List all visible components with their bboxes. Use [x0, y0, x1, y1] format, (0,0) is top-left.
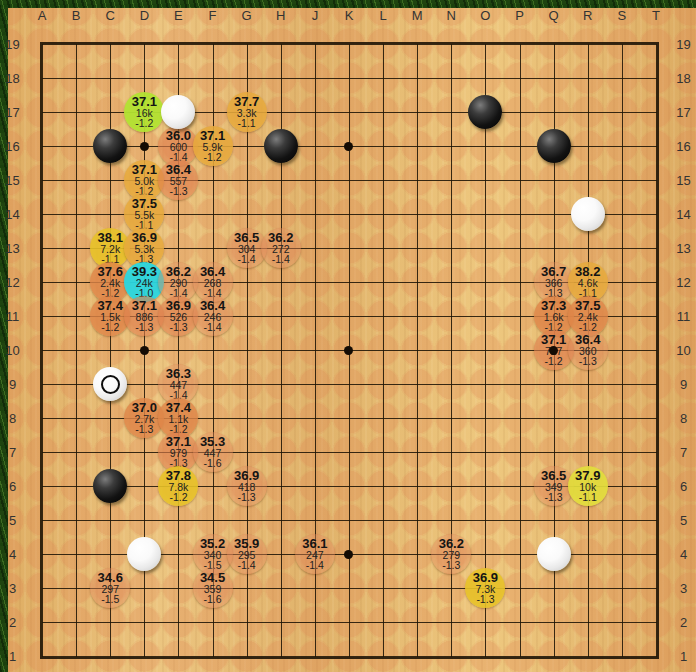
analysis-move-G4[interactable]: 35.9295-1.4: [227, 534, 267, 574]
row-label-left-17: 17: [1, 106, 24, 119]
analysis-winrate: 36.2: [166, 266, 191, 278]
row-label-right-10: 10: [672, 344, 695, 357]
column-label-F: F: [203, 9, 223, 22]
row-label-left-15: 15: [1, 174, 24, 187]
row-label-left-11: 11: [1, 310, 24, 323]
analysis-winrate: 37.1: [200, 130, 225, 142]
analysis-score: -1.3: [442, 560, 460, 571]
analysis-visits: 5.0k: [134, 176, 154, 186]
row-label-right-15: 15: [672, 174, 695, 187]
analysis-visits: 247: [306, 550, 324, 560]
analysis-score: -1.3: [169, 322, 187, 333]
analysis-score: -1.6: [204, 458, 222, 469]
analysis-visits: 5.3k: [134, 244, 154, 254]
column-label-P: P: [510, 9, 530, 22]
analysis-visits: 268: [204, 278, 222, 288]
analysis-score: -1.3: [169, 186, 187, 197]
analysis-winrate: 35.2: [200, 538, 225, 550]
analysis-visits: 1.1k: [169, 414, 189, 424]
stone-black-Q16: [537, 129, 571, 163]
analysis-winrate: 36.9: [166, 300, 191, 312]
analysis-visits: 418: [238, 482, 256, 492]
analysis-score: -1.2: [545, 356, 563, 367]
analysis-visits: 2.4k: [100, 278, 120, 288]
analysis-visits: 1.6k: [544, 312, 564, 322]
analysis-visits: 7.8k: [169, 482, 189, 492]
column-label-C: C: [100, 9, 120, 22]
go-board[interactable]: ABCDEFGHJKLMNOPQRST191918181717161615151…: [0, 0, 696, 672]
row-label-right-6: 6: [672, 480, 695, 493]
analysis-winrate: 35.3: [200, 436, 225, 448]
analysis-move-F11[interactable]: 36.4246-1.4: [193, 296, 233, 336]
analysis-winrate: 36.9: [234, 470, 259, 482]
analysis-move-F3[interactable]: 34.5359-1.6: [193, 568, 233, 608]
app-frame: ABCDEFGHJKLMNOPQRST191918181717161615151…: [0, 0, 696, 672]
analysis-visits: 272: [272, 244, 290, 254]
column-label-L: L: [373, 9, 393, 22]
analysis-visits: 366: [545, 278, 563, 288]
column-label-T: T: [646, 9, 666, 22]
row-label-right-5: 5: [672, 514, 695, 527]
hoshi-D10: [140, 346, 149, 355]
analysis-winrate: 34.5: [200, 572, 225, 584]
row-label-left-2: 2: [1, 616, 24, 629]
row-label-left-13: 13: [1, 242, 24, 255]
analysis-winrate: 37.5: [132, 198, 157, 210]
stone-black-C16: [93, 129, 127, 163]
analysis-visits: 2.4k: [578, 312, 598, 322]
analysis-score: -1.3: [545, 492, 563, 503]
analysis-move-R10[interactable]: 36.4360-1.3: [568, 330, 608, 370]
column-label-O: O: [475, 9, 495, 22]
analysis-winrate: 36.3: [166, 368, 191, 380]
analysis-winrate: 36.5: [541, 470, 566, 482]
analysis-visits: 7.2k: [100, 244, 120, 254]
analysis-score: -1.2: [169, 492, 187, 503]
row-label-left-9: 9: [1, 378, 24, 391]
row-label-left-18: 18: [1, 72, 24, 85]
analysis-winrate: 36.0: [166, 130, 191, 142]
analysis-visits: 5.5k: [134, 210, 154, 220]
analysis-visits: 359: [204, 584, 222, 594]
analysis-winrate: 36.7: [541, 266, 566, 278]
column-label-K: K: [339, 9, 359, 22]
analysis-score: -1.4: [204, 322, 222, 333]
analysis-winrate: 37.0: [132, 402, 157, 414]
analysis-winrate: 36.4: [166, 164, 191, 176]
last-move-marker: [101, 375, 120, 394]
analysis-visits: 297: [101, 584, 119, 594]
row-label-right-2: 2: [672, 616, 695, 629]
row-label-right-14: 14: [672, 208, 695, 221]
analysis-move-C3[interactable]: 34.6297-1.5: [90, 568, 130, 608]
analysis-move-G6[interactable]: 36.9418-1.3: [227, 466, 267, 506]
analysis-winrate: 35.9: [234, 538, 259, 550]
analysis-score: -1.2: [101, 322, 119, 333]
analysis-visits: 290: [170, 278, 188, 288]
stone-white-C9: [93, 367, 127, 401]
row-label-left-3: 3: [1, 582, 24, 595]
analysis-winrate: 37.7: [234, 96, 259, 108]
row-label-right-16: 16: [672, 140, 695, 153]
analysis-winrate: 36.4: [200, 300, 225, 312]
row-label-left-10: 10: [1, 344, 24, 357]
analysis-visits: 16k: [136, 108, 153, 118]
analysis-score: -1.6: [204, 594, 222, 605]
analysis-score: -1.4: [272, 254, 290, 265]
analysis-winrate: 37.1: [541, 334, 566, 346]
analysis-visits: 979: [170, 448, 188, 458]
analysis-visits: 7.3k: [475, 584, 495, 594]
row-label-left-19: 19: [1, 38, 24, 51]
analysis-move-F16[interactable]: 37.15.9k-1.2: [193, 126, 233, 166]
column-label-E: E: [168, 9, 188, 22]
analysis-move-F7[interactable]: 35.3447-1.6: [193, 432, 233, 472]
hoshi-K4: [344, 550, 353, 559]
analysis-score: -1.4: [238, 560, 256, 571]
analysis-visits: 5.9k: [203, 142, 223, 152]
analysis-winrate: 37.1: [132, 164, 157, 176]
row-label-right-4: 4: [672, 548, 695, 561]
analysis-winrate: 37.8: [166, 470, 191, 482]
analysis-winrate: 36.4: [575, 334, 600, 346]
column-label-N: N: [441, 9, 461, 22]
analysis-visits: 526: [170, 312, 188, 322]
analysis-move-J4[interactable]: 36.1247-1.4: [295, 534, 335, 574]
hoshi-Q10: [549, 346, 558, 355]
analysis-visits: 246: [204, 312, 222, 322]
row-label-right-1: 1: [672, 650, 695, 663]
analysis-visits: 886: [136, 312, 154, 322]
analysis-move-G17[interactable]: 37.73.3k-1.1: [227, 92, 267, 132]
row-label-left-14: 14: [1, 208, 24, 221]
row-label-left-16: 16: [1, 140, 24, 153]
column-label-M: M: [407, 9, 427, 22]
analysis-winrate: 36.4: [200, 266, 225, 278]
column-label-S: S: [612, 9, 632, 22]
row-label-left-8: 8: [1, 412, 24, 425]
row-label-right-19: 19: [672, 38, 695, 51]
analysis-visits: 24k: [136, 278, 153, 288]
analysis-winrate: 37.9: [575, 470, 600, 482]
analysis-visits: 447: [170, 380, 188, 390]
analysis-visits: 295: [238, 550, 256, 560]
hoshi-D16: [140, 142, 149, 151]
row-label-right-3: 3: [672, 582, 695, 595]
analysis-winrate: 37.5: [575, 300, 600, 312]
row-label-right-8: 8: [672, 412, 695, 425]
analysis-visits: 349: [545, 482, 563, 492]
row-label-left-12: 12: [1, 276, 24, 289]
column-label-Q: Q: [544, 9, 564, 22]
analysis-score: -1.1: [238, 118, 256, 129]
analysis-winrate: 36.2: [439, 538, 464, 550]
stone-black-H16: [264, 129, 298, 163]
analysis-score: -1.3: [476, 594, 494, 605]
column-label-D: D: [134, 9, 154, 22]
analysis-visits: 340: [204, 550, 222, 560]
analysis-score: -1.2: [204, 152, 222, 163]
analysis-winrate: 38.1: [98, 232, 123, 244]
stone-black-C6: [93, 469, 127, 503]
analysis-visits: 447: [204, 448, 222, 458]
row-label-right-12: 12: [672, 276, 695, 289]
analysis-visits: 600: [170, 142, 188, 152]
analysis-winrate: 38.2: [575, 266, 600, 278]
analysis-score: -1.4: [306, 560, 324, 571]
analysis-visits: 360: [579, 346, 597, 356]
analysis-winrate: 36.2: [268, 232, 293, 244]
row-label-right-18: 18: [672, 72, 695, 85]
row-label-left-6: 6: [1, 480, 24, 493]
analysis-winrate: 37.1: [132, 96, 157, 108]
analysis-winrate: 37.6: [98, 266, 123, 278]
column-label-H: H: [271, 9, 291, 22]
analysis-visits: 279: [443, 550, 461, 560]
analysis-winrate: 39.3: [132, 266, 157, 278]
analysis-visits: 1.5k: [100, 312, 120, 322]
row-label-left-5: 5: [1, 514, 24, 527]
analysis-winrate: 37.1: [132, 300, 157, 312]
analysis-winrate: 34.6: [98, 572, 123, 584]
analysis-winrate: 36.5: [234, 232, 259, 244]
analysis-winrate: 37.3: [541, 300, 566, 312]
analysis-score: -1.4: [238, 254, 256, 265]
analysis-visits: 557: [170, 176, 188, 186]
analysis-visits: 4.6k: [578, 278, 598, 288]
analysis-winrate: 37.4: [98, 300, 123, 312]
row-label-left-1: 1: [1, 650, 24, 663]
analysis-visits: 3.3k: [237, 108, 257, 118]
analysis-winrate: 36.1: [302, 538, 327, 550]
analysis-score: -1.3: [135, 322, 153, 333]
hoshi-K10: [344, 346, 353, 355]
analysis-score: -1.2: [135, 118, 153, 129]
analysis-winrate: 36.9: [473, 572, 498, 584]
row-label-left-4: 4: [1, 548, 24, 561]
analysis-move-H13[interactable]: 36.2272-1.4: [261, 228, 301, 268]
row-label-right-9: 9: [672, 378, 695, 391]
analysis-winrate: 36.9: [132, 232, 157, 244]
analysis-score: -1.3: [135, 424, 153, 435]
column-label-A: A: [32, 9, 52, 22]
analysis-score: -1.3: [579, 356, 597, 367]
row-label-right-11: 11: [672, 310, 695, 323]
column-label-R: R: [578, 9, 598, 22]
column-label-J: J: [305, 9, 325, 22]
analysis-visits: 10k: [579, 482, 596, 492]
column-label-B: B: [66, 9, 86, 22]
row-label-right-17: 17: [672, 106, 695, 119]
analysis-winrate: 37.4: [166, 402, 191, 414]
analysis-score: -1.1: [579, 492, 597, 503]
analysis-visits: 304: [238, 244, 256, 254]
stone-white-R14: [571, 197, 605, 231]
analysis-winrate: 37.1: [166, 436, 191, 448]
analysis-score: -1.5: [101, 594, 119, 605]
row-label-right-13: 13: [672, 242, 695, 255]
analysis-visits: 2.7k: [134, 414, 154, 424]
column-label-G: G: [237, 9, 257, 22]
hoshi-K16: [344, 142, 353, 151]
stone-white-Q4: [537, 537, 571, 571]
row-label-right-7: 7: [672, 446, 695, 459]
analysis-move-R6[interactable]: 37.910k-1.1: [568, 466, 608, 506]
row-label-left-7: 7: [1, 446, 24, 459]
analysis-score: -1.3: [238, 492, 256, 503]
